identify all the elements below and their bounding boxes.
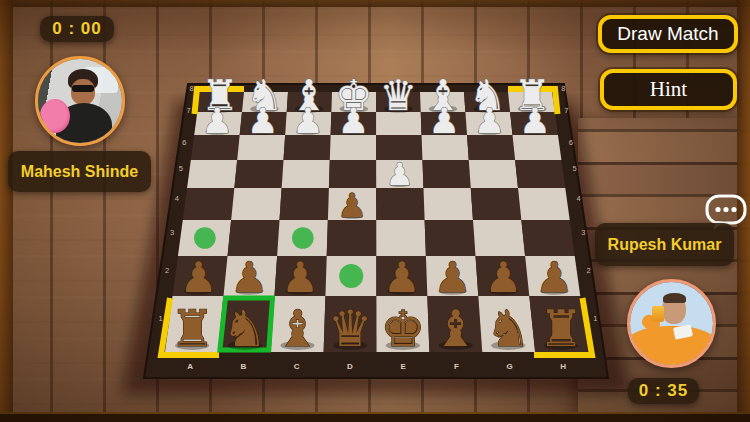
piece-brown-bishop-f1[interactable]: ♝ bbox=[433, 300, 478, 358]
rank-label-left-8: 8 bbox=[189, 84, 193, 93]
right-player-name: Rupesh Kumar bbox=[595, 223, 734, 266]
right-player-avatar bbox=[627, 279, 716, 368]
square-f5[interactable] bbox=[422, 160, 470, 188]
piece-brown-pawn-g2[interactable]: ♟ bbox=[485, 253, 523, 302]
rank-label-left-4: 4 bbox=[175, 194, 179, 203]
rank-label-right-3: 3 bbox=[581, 228, 585, 237]
piece-brown-pawn-f2[interactable]: ♟ bbox=[434, 253, 472, 302]
draw-match-button[interactable]: Draw Match bbox=[598, 15, 738, 53]
rank-label-right-2: 2 bbox=[587, 266, 591, 275]
piece-silver-pawn-a7[interactable]: ♟ bbox=[202, 101, 233, 141]
piece-silver-pawn-f7[interactable]: ♟ bbox=[428, 101, 459, 141]
square-h3[interactable] bbox=[521, 220, 574, 256]
piece-silver-pawn-g7[interactable]: ♟ bbox=[474, 101, 505, 141]
square-f4[interactable] bbox=[423, 188, 473, 220]
square-a4[interactable] bbox=[183, 188, 235, 220]
square-g5[interactable] bbox=[469, 160, 518, 188]
rank-label-left-3: 3 bbox=[170, 228, 174, 237]
game-screen: ABCDEFGH8877665544332211♜♞♝♚♛♝♞♜♟♟♟♟♟♟♟♟… bbox=[0, 0, 750, 422]
piece-brown-pawn-b2[interactable]: ♟ bbox=[230, 253, 268, 302]
rank-label-left-2: 2 bbox=[165, 266, 169, 275]
rank-label-right-8: 8 bbox=[561, 84, 565, 93]
square-g4[interactable] bbox=[471, 188, 522, 220]
piece-brown-knight-g1[interactable]: ♞ bbox=[486, 300, 531, 358]
piece-brown-pawn-a2[interactable]: ♟ bbox=[180, 253, 218, 302]
rank-label-right-7: 7 bbox=[564, 106, 568, 115]
file-label-F: F bbox=[454, 362, 459, 371]
file-label-C: C bbox=[294, 362, 300, 371]
piece-silver-queen-e8[interactable]: ♛ bbox=[380, 71, 418, 120]
piece-brown-pawn-c2[interactable]: ♟ bbox=[281, 253, 319, 302]
left-player-name: Mahesh Shinde bbox=[8, 151, 151, 192]
square-h4[interactable] bbox=[518, 188, 570, 220]
square-b5[interactable] bbox=[234, 160, 283, 188]
piece-silver-pawn-h7[interactable]: ♟ bbox=[519, 101, 550, 141]
square-c5[interactable] bbox=[282, 160, 330, 188]
piece-silver-pawn-b7[interactable]: ♟ bbox=[247, 101, 278, 141]
square-h5[interactable] bbox=[515, 160, 565, 188]
rank-label-left-1: 1 bbox=[158, 314, 162, 323]
file-label-H: H bbox=[560, 362, 566, 371]
right-player-timer: 0 : 35 bbox=[628, 378, 699, 404]
square-g3[interactable] bbox=[473, 220, 525, 256]
file-label-G: G bbox=[507, 362, 513, 371]
piece-brown-rook-a1[interactable]: ♜ bbox=[170, 300, 215, 358]
hint-button[interactable]: Hint bbox=[600, 69, 737, 110]
square-b4[interactable] bbox=[231, 188, 281, 220]
square-a5[interactable] bbox=[187, 160, 237, 188]
piece-brown-king-e1[interactable]: ♚ bbox=[380, 300, 425, 358]
square-e4[interactable] bbox=[376, 188, 424, 220]
file-label-D: D bbox=[347, 362, 353, 371]
file-label-E: E bbox=[400, 362, 406, 371]
piece-silver-pawn-c7[interactable]: ♟ bbox=[292, 101, 323, 141]
piece-brown-pawn-d4[interactable]: ♟ bbox=[337, 186, 367, 225]
move-hint-dot-d2[interactable] bbox=[339, 264, 363, 288]
chess-board[interactable]: ABCDEFGH8877665544332211♜♞♝♚♛♝♞♜♟♟♟♟♟♟♟♟… bbox=[0, 0, 750, 422]
square-d3[interactable] bbox=[327, 220, 377, 256]
square-b3[interactable] bbox=[228, 220, 280, 256]
move-hint-dot-a3[interactable] bbox=[194, 227, 216, 249]
rank-label-left-5: 5 bbox=[179, 164, 183, 173]
square-f3[interactable] bbox=[425, 220, 476, 256]
piece-brown-rook-h1[interactable]: ♜ bbox=[538, 300, 583, 358]
piece-silver-pawn-e5[interactable]: ♟ bbox=[386, 156, 414, 192]
square-d5[interactable] bbox=[329, 160, 376, 188]
rank-label-right-4: 4 bbox=[577, 194, 581, 203]
piece-silver-pawn-d7[interactable]: ♟ bbox=[338, 101, 369, 141]
square-e3[interactable] bbox=[376, 220, 426, 256]
rank-label-right-5: 5 bbox=[572, 164, 576, 173]
piece-brown-queen-d1[interactable]: ♛ bbox=[328, 300, 373, 358]
square-c4[interactable] bbox=[280, 188, 329, 220]
left-player-avatar bbox=[35, 56, 125, 146]
piece-brown-bishop-c1[interactable]: ♝ bbox=[275, 300, 320, 358]
rank-label-right-1: 1 bbox=[593, 314, 597, 323]
left-player-timer: 0 : 00 bbox=[40, 16, 114, 42]
piece-brown-knight-b1[interactable]: ♞ bbox=[222, 300, 267, 358]
move-hint-dot-c3[interactable] bbox=[292, 227, 314, 249]
rank-label-left-6: 6 bbox=[182, 138, 186, 147]
file-label-B: B bbox=[240, 362, 246, 371]
piece-brown-pawn-h2[interactable]: ♟ bbox=[535, 253, 573, 302]
piece-brown-pawn-e2[interactable]: ♟ bbox=[383, 253, 421, 302]
rank-label-right-6: 6 bbox=[569, 138, 573, 147]
file-label-A: A bbox=[187, 362, 193, 371]
rank-label-left-7: 7 bbox=[187, 106, 191, 115]
